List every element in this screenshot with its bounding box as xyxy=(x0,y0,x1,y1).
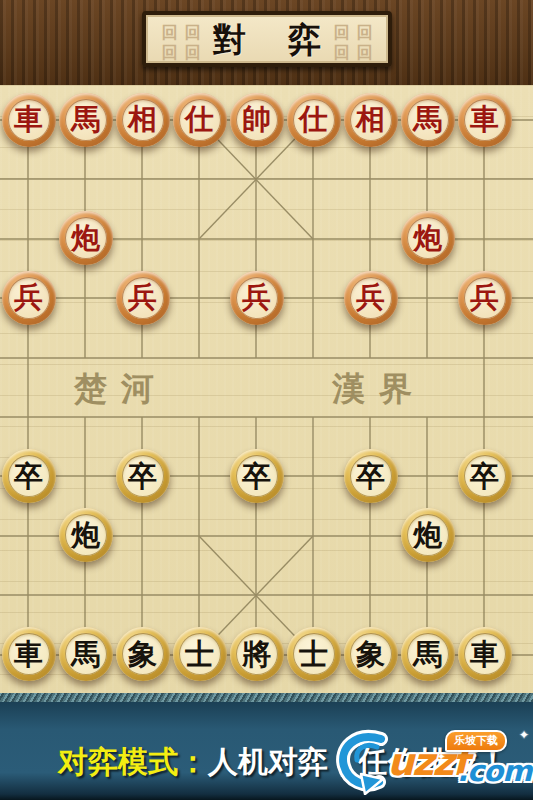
piece-red-帥[interactable]: 帥 xyxy=(230,93,284,147)
piece-char: 馬 xyxy=(65,99,107,141)
piece-char: 炮 xyxy=(407,217,449,259)
piece-black-象[interactable]: 象 xyxy=(116,627,170,681)
piece-char: 炮 xyxy=(65,514,107,556)
piece-char: 炮 xyxy=(65,217,107,259)
piece-red-兵[interactable]: 兵 xyxy=(2,271,56,325)
uzzf-watermark: uzzf .com 乐坡下载 ✦ ✦ xyxy=(333,727,533,797)
watermark-ribbon: 乐坡下载 xyxy=(445,730,507,752)
piece-char: 卒 xyxy=(350,455,392,497)
piece-red-馬[interactable]: 馬 xyxy=(59,93,113,147)
xiangqi-board[interactable]: 楚河 漢界 車馬相仕帥仕相馬車炮炮兵兵兵兵兵卒卒卒卒卒炮炮車馬象士將士象馬車 xyxy=(0,85,533,705)
piece-red-仕[interactable]: 仕 xyxy=(287,93,341,147)
mode-label: 对弈模式： xyxy=(58,744,208,779)
piece-char: 相 xyxy=(350,99,392,141)
piece-char: 兵 xyxy=(236,277,278,319)
piece-char: 仕 xyxy=(293,99,335,141)
piece-char: 象 xyxy=(122,633,164,675)
piece-red-兵[interactable]: 兵 xyxy=(344,271,398,325)
piece-red-仕[interactable]: 仕 xyxy=(173,93,227,147)
sparkle-icon: ✦ xyxy=(519,728,529,742)
piece-black-卒[interactable]: 卒 xyxy=(458,449,512,503)
footer-texture-strip xyxy=(0,693,533,702)
piece-black-車[interactable]: 車 xyxy=(458,627,512,681)
piece-black-將[interactable]: 將 xyxy=(230,627,284,681)
piece-red-炮[interactable]: 炮 xyxy=(59,211,113,265)
watermark-domain: .com xyxy=(457,757,531,786)
piece-char: 相 xyxy=(122,99,164,141)
piece-black-炮[interactable]: 炮 xyxy=(401,508,455,562)
piece-char: 卒 xyxy=(464,455,506,497)
piece-black-象[interactable]: 象 xyxy=(344,627,398,681)
piece-red-相[interactable]: 相 xyxy=(116,93,170,147)
piece-red-兵[interactable]: 兵 xyxy=(230,271,284,325)
piece-red-相[interactable]: 相 xyxy=(344,93,398,147)
piece-layer: 車馬相仕帥仕相馬車炮炮兵兵兵兵兵卒卒卒卒卒炮炮車馬象士將士象馬車 xyxy=(0,90,513,684)
title-plaque: 回回回回 對弈 回回回回 xyxy=(142,11,392,67)
piece-black-炮[interactable]: 炮 xyxy=(59,508,113,562)
piece-char: 帥 xyxy=(236,99,278,141)
piece-char: 馬 xyxy=(65,633,107,675)
piece-char: 炮 xyxy=(407,514,449,556)
piece-char: 仕 xyxy=(179,99,221,141)
sparkle-icon: ✦ xyxy=(437,751,445,762)
piece-char: 兵 xyxy=(464,277,506,319)
piece-char: 兵 xyxy=(8,277,50,319)
piece-char: 馬 xyxy=(407,99,449,141)
piece-black-卒[interactable]: 卒 xyxy=(2,449,56,503)
piece-char: 象 xyxy=(350,633,392,675)
piece-black-馬[interactable]: 馬 xyxy=(401,627,455,681)
piece-char: 車 xyxy=(464,633,506,675)
spiral-motif-icon: 回回回回 xyxy=(330,23,376,63)
piece-black-士[interactable]: 士 xyxy=(173,627,227,681)
piece-red-兵[interactable]: 兵 xyxy=(458,271,512,325)
piece-char: 馬 xyxy=(407,633,449,675)
piece-black-士[interactable]: 士 xyxy=(287,627,341,681)
spiral-motif-icon: 回回回回 xyxy=(158,23,204,63)
piece-red-車[interactable]: 車 xyxy=(2,93,56,147)
wood-header: 回回回回 對弈 回回回回 xyxy=(0,0,533,85)
piece-char: 卒 xyxy=(122,455,164,497)
piece-red-車[interactable]: 車 xyxy=(458,93,512,147)
piece-black-卒[interactable]: 卒 xyxy=(230,449,284,503)
piece-red-兵[interactable]: 兵 xyxy=(116,271,170,325)
piece-black-卒[interactable]: 卒 xyxy=(344,449,398,503)
piece-char: 卒 xyxy=(8,455,50,497)
piece-char: 士 xyxy=(293,633,335,675)
piece-black-卒[interactable]: 卒 xyxy=(116,449,170,503)
piece-red-炮[interactable]: 炮 xyxy=(401,211,455,265)
piece-char: 車 xyxy=(8,633,50,675)
piece-char: 車 xyxy=(464,99,506,141)
piece-char: 車 xyxy=(8,99,50,141)
piece-black-馬[interactable]: 馬 xyxy=(59,627,113,681)
piece-char: 兵 xyxy=(350,277,392,319)
piece-char: 卒 xyxy=(236,455,278,497)
uzzf-logo-swoosh-icon xyxy=(335,729,395,795)
piece-black-車[interactable]: 車 xyxy=(2,627,56,681)
piece-char: 將 xyxy=(236,633,278,675)
piece-char: 兵 xyxy=(122,277,164,319)
piece-red-馬[interactable]: 馬 xyxy=(401,93,455,147)
piece-char: 士 xyxy=(179,633,221,675)
